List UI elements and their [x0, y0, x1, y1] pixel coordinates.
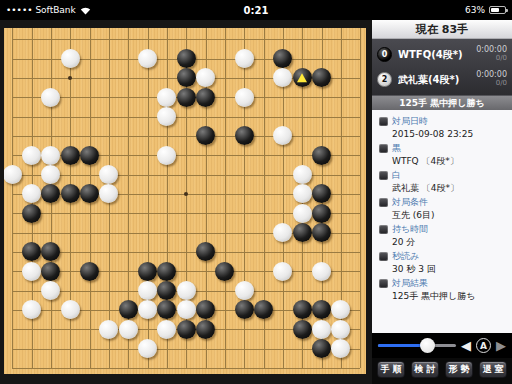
white-stone — [22, 300, 41, 319]
info-item-white: 白 武礼葉 〔4段*〕 — [379, 169, 505, 195]
info-label: 秒読み — [392, 250, 419, 263]
black-player-name: WTFQ(4段*) — [398, 48, 476, 62]
white-stone — [41, 88, 60, 107]
black-stone — [312, 204, 331, 223]
black-stone — [293, 223, 312, 242]
black-stone — [293, 68, 312, 87]
black-stone — [196, 320, 215, 339]
black-stone-capture-icon: 0 — [377, 47, 392, 62]
battery-icon — [489, 6, 506, 14]
white-stone — [293, 204, 312, 223]
slider-track[interactable] — [378, 344, 456, 347]
black-stone — [235, 300, 254, 319]
white-stone — [196, 68, 215, 87]
black-stone — [22, 204, 41, 223]
star-point — [68, 76, 72, 80]
player-row-black: 0 WTFQ(4段*) 0:00:00 0/0 — [377, 42, 507, 67]
white-stone — [157, 320, 176, 339]
black-stone — [22, 242, 41, 261]
white-stone — [41, 146, 60, 165]
black-stone — [196, 300, 215, 319]
grid-line — [12, 28, 13, 368]
move-order-button[interactable]: 手 順 — [377, 361, 405, 378]
app-screen: ••••• SoftBank 0:21 63% 現在 83手 0 WTFQ(4段… — [0, 0, 512, 384]
info-value: 125手 黒中押し勝ち — [392, 290, 505, 303]
black-stone — [157, 300, 176, 319]
black-stone — [312, 146, 331, 165]
white-stone — [235, 281, 254, 300]
game-info-list: 対局日時 2015-09-08 23:25 黒 WTFQ 〔4段*〕 白 武礼葉… — [372, 110, 512, 333]
info-label: 対局結果 — [392, 277, 428, 290]
white-stone — [273, 223, 292, 242]
white-stone — [273, 262, 292, 281]
white-stone — [22, 184, 41, 203]
white-stone — [61, 49, 80, 68]
white-stone — [157, 107, 176, 126]
info-item-conditions: 対局条件 互先 (6目) — [379, 196, 505, 222]
info-item-black: 黒 WTFQ 〔4段*〕 — [379, 142, 505, 168]
white-stone — [157, 88, 176, 107]
white-stone — [331, 339, 350, 358]
board-icon — [379, 279, 388, 288]
black-stone — [157, 262, 176, 281]
info-label: 対局日時 — [392, 115, 428, 128]
white-stone — [22, 146, 41, 165]
black-stone — [273, 49, 292, 68]
board-icon — [379, 252, 388, 261]
white-stone — [138, 300, 157, 319]
white-stone-capture-icon: 2 — [377, 72, 392, 87]
black-stone — [254, 300, 273, 319]
territory-estimate-button[interactable]: 形 勢 — [445, 361, 473, 378]
white-stone — [273, 68, 292, 87]
black-stone — [80, 146, 99, 165]
black-stone — [177, 68, 196, 87]
last-move-marker — [297, 73, 307, 82]
white-stone — [177, 300, 196, 319]
board-surface[interactable] — [4, 28, 366, 374]
prev-move-button[interactable]: ◀ — [461, 339, 471, 352]
playback-controls: ◀ A ▶ — [372, 333, 512, 358]
player-row-white: 2 武礼葉(4段*) 0:00:00 0/0 — [377, 67, 507, 92]
info-label: 白 — [392, 169, 401, 182]
info-item-main-time: 持ち時間 20 分 — [379, 223, 505, 249]
info-value: 2015-09-08 23:25 — [392, 128, 505, 141]
info-label: 黒 — [392, 142, 401, 155]
white-player-periods: 0/0 — [476, 80, 507, 88]
star-point — [184, 192, 188, 196]
black-stone — [215, 262, 234, 281]
sidebar: 現在 83手 0 WTFQ(4段*) 0:00:00 0/0 2 武礼葉(4段*… — [372, 20, 512, 384]
black-stone — [196, 126, 215, 145]
current-move-header: 現在 83手 — [372, 20, 512, 39]
info-value: 武礼葉 〔4段*〕 — [392, 182, 505, 195]
black-stone — [312, 339, 331, 358]
white-stone — [22, 262, 41, 281]
white-stone — [157, 146, 176, 165]
white-stone — [99, 320, 118, 339]
black-stone — [119, 300, 138, 319]
white-stone — [235, 88, 254, 107]
bottom-button-bar: 手 順 検 討 形 勢 退 室 — [372, 358, 512, 384]
white-stone — [41, 165, 60, 184]
white-stone — [177, 281, 196, 300]
info-value: 30 秒 3 回 — [392, 263, 505, 276]
info-item-date: 対局日時 2015-09-08 23:25 — [379, 115, 505, 141]
slider-knob[interactable] — [420, 338, 435, 353]
black-stone — [235, 126, 254, 145]
white-stone — [331, 300, 350, 319]
grid-line — [12, 271, 360, 272]
info-label: 持ち時間 — [392, 223, 428, 236]
info-value: 20 分 — [392, 236, 505, 249]
white-stone — [61, 300, 80, 319]
black-stone — [293, 320, 312, 339]
grid-line — [225, 28, 226, 368]
leave-room-button[interactable]: 退 室 — [479, 361, 507, 378]
white-player-name: 武礼葉(4段*) — [398, 73, 476, 87]
white-stone — [138, 281, 157, 300]
white-stone — [293, 165, 312, 184]
info-value: WTFQ 〔4段*〕 — [392, 155, 505, 168]
clock-label: 0:21 — [0, 5, 512, 16]
black-stone — [177, 88, 196, 107]
grid-line — [12, 368, 360, 369]
black-stone — [293, 300, 312, 319]
white-stone — [4, 165, 22, 184]
white-stone — [41, 281, 60, 300]
grid-line — [12, 252, 360, 253]
status-bar: ••••• SoftBank 0:21 63% — [0, 0, 512, 20]
info-value: 互先 (6目) — [392, 209, 505, 222]
white-stone — [331, 320, 350, 339]
white-stone — [138, 49, 157, 68]
white-stone — [312, 320, 331, 339]
info-label: 対局条件 — [392, 196, 428, 209]
black-stone — [312, 223, 331, 242]
black-stone — [80, 184, 99, 203]
white-stone — [293, 184, 312, 203]
black-player-periods: 0/0 — [476, 55, 507, 63]
black-stone — [61, 184, 80, 203]
black-stone — [61, 146, 80, 165]
board-icon — [379, 117, 388, 126]
go-board[interactable] — [0, 20, 372, 384]
info-item-result: 対局結果 125手 黒中押し勝ち — [379, 277, 505, 303]
board-icon — [379, 225, 388, 234]
next-move-button[interactable]: ▶ — [496, 339, 506, 352]
black-stone — [312, 300, 331, 319]
white-stone — [99, 184, 118, 203]
board-icon — [379, 144, 388, 153]
black-stone — [41, 242, 60, 261]
result-bar: 125手 黒中押し勝ち — [372, 95, 512, 110]
black-stone — [312, 184, 331, 203]
black-stone — [138, 262, 157, 281]
move-slider[interactable] — [378, 338, 456, 353]
black-stone — [157, 281, 176, 300]
grid-line — [360, 28, 361, 368]
black-stone — [41, 184, 60, 203]
white-stone — [99, 165, 118, 184]
white-stone — [273, 126, 292, 145]
black-stone — [41, 262, 60, 281]
black-stone — [196, 242, 215, 261]
black-stone — [196, 88, 215, 107]
grid-line — [12, 349, 360, 350]
board-icon — [379, 198, 388, 207]
review-button[interactable]: 検 討 — [411, 361, 439, 378]
white-stone — [235, 49, 254, 68]
white-stone — [119, 320, 138, 339]
board-icon — [379, 171, 388, 180]
auto-play-button[interactable]: A — [476, 338, 491, 353]
black-stone — [80, 262, 99, 281]
white-stone — [138, 339, 157, 358]
player-panel: 0 WTFQ(4段*) 0:00:00 0/0 2 武礼葉(4段*) 0:00:… — [372, 39, 512, 95]
black-stone — [177, 49, 196, 68]
battery-percent-label: 63% — [465, 5, 485, 15]
black-stone — [177, 320, 196, 339]
white-stone — [312, 262, 331, 281]
black-stone — [312, 68, 331, 87]
info-item-byoyomi: 秒読み 30 秒 3 回 — [379, 250, 505, 276]
